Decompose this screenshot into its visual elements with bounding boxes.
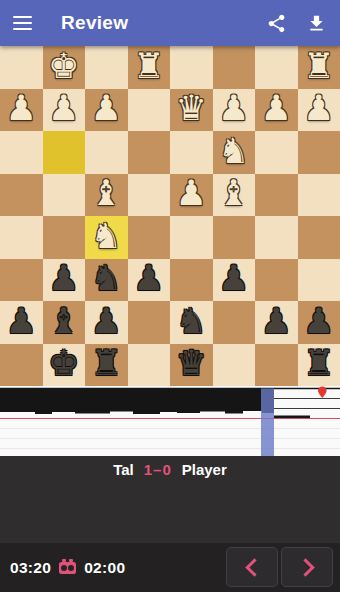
prev-move-button[interactable]	[226, 547, 278, 587]
square[interactable]	[128, 301, 171, 344]
eval-black-area	[0, 389, 274, 414]
square[interactable]	[298, 174, 340, 217]
square[interactable]	[0, 216, 43, 259]
square[interactable]: ♜	[298, 46, 340, 89]
square[interactable]	[43, 174, 86, 217]
square[interactable]: ♝	[43, 301, 86, 344]
square[interactable]: ♟	[213, 89, 256, 132]
menu-button[interactable]	[13, 16, 32, 31]
square[interactable]	[128, 131, 171, 174]
square[interactable]: ♞	[213, 131, 256, 174]
result-score: 1–0	[144, 461, 172, 478]
chess-piece: ♜	[303, 49, 334, 84]
eval-graph[interactable]	[0, 386, 340, 456]
square[interactable]	[213, 216, 256, 259]
chevron-left-icon	[245, 558, 263, 576]
square[interactable]: ♟	[0, 89, 43, 132]
square[interactable]	[43, 216, 86, 259]
chess-piece: ♟	[261, 91, 292, 126]
square[interactable]	[0, 46, 43, 89]
chess-piece: ♟	[48, 91, 79, 126]
square[interactable]	[0, 131, 43, 174]
chess-piece: ♟	[6, 91, 37, 126]
square[interactable]	[0, 344, 43, 387]
chess-piece: ♜	[91, 346, 122, 381]
clock-left: 03:20	[10, 559, 51, 577]
square[interactable]	[255, 174, 298, 217]
menu-icon	[13, 16, 32, 19]
square[interactable]	[128, 344, 171, 387]
clocks: 03:20 02:00	[10, 543, 125, 592]
square[interactable]	[255, 131, 298, 174]
square[interactable]: ♟	[85, 89, 128, 132]
square[interactable]: ♜	[128, 46, 171, 89]
square[interactable]	[298, 216, 340, 259]
chess-piece: ♟	[261, 304, 292, 339]
result-section: Tal 1–0 Player	[0, 456, 340, 543]
square[interactable]	[170, 216, 213, 259]
square[interactable]: ♟	[255, 89, 298, 132]
chess-piece: ♟	[218, 91, 249, 126]
square[interactable]: ♟	[298, 301, 340, 344]
chess-piece: ♟	[303, 304, 334, 339]
chess-piece: ♞	[91, 261, 122, 296]
square[interactable]	[213, 344, 256, 387]
square[interactable]: ♝	[213, 174, 256, 217]
square[interactable]	[298, 259, 340, 302]
chess-piece: ♟	[176, 176, 207, 211]
chess-piece: ♚	[48, 49, 79, 84]
app-bar: Review	[0, 0, 340, 46]
chess-piece: ♟	[303, 91, 334, 126]
square[interactable]: ♛	[170, 89, 213, 132]
square[interactable]	[43, 131, 86, 174]
clock-right: 02:00	[84, 559, 125, 577]
square[interactable]: ♟	[0, 301, 43, 344]
square[interactable]	[170, 259, 213, 302]
square[interactable]	[128, 174, 171, 217]
bottom-bar: 03:20 02:00	[0, 543, 340, 592]
square[interactable]: ♟	[170, 174, 213, 217]
square[interactable]: ♜	[298, 344, 340, 387]
square[interactable]: ♟	[43, 259, 86, 302]
game-result: Tal 1–0 Player	[0, 456, 340, 478]
black-player-name: Player	[182, 461, 227, 478]
chess-board[interactable]: ♚♜♜♟♟♟♛♟♟♟♞♝♟♝♞♟♞♟♟♟♝♟♞♟♟♚♜♛♜	[0, 46, 340, 386]
square[interactable]	[213, 46, 256, 89]
chevron-right-icon	[296, 558, 314, 576]
page-title: Review	[61, 12, 128, 34]
white-player-name: Tal	[113, 461, 134, 478]
chess-piece: ♟	[91, 304, 122, 339]
next-move-button[interactable]	[281, 547, 333, 587]
square[interactable]: ♟	[255, 301, 298, 344]
square[interactable]: ♚	[43, 46, 86, 89]
chess-piece: ♝	[218, 176, 249, 211]
chess-piece: ♞	[176, 304, 207, 339]
square[interactable]: ♛	[170, 344, 213, 387]
square[interactable]	[255, 344, 298, 387]
square[interactable]: ♚	[43, 344, 86, 387]
chess-piece: ♝	[48, 304, 79, 339]
square[interactable]	[0, 174, 43, 217]
chess-piece: ♚	[48, 346, 79, 381]
square[interactable]	[255, 46, 298, 89]
square[interactable]: ♟	[85, 301, 128, 344]
square[interactable]	[170, 131, 213, 174]
eval-move-cursor[interactable]	[261, 389, 274, 457]
share-icon[interactable]	[266, 13, 287, 34]
chess-piece: ♟	[48, 261, 79, 296]
app-screen: Review ♚♜♜♟♟♟♛♟♟♟♞♝♟♝♞♟♞♟♟♟♝♟♞♟♟♚♜♛♜ Tal…	[0, 0, 340, 592]
square[interactable]	[213, 301, 256, 344]
download-icon[interactable]	[306, 13, 327, 34]
chess-piece: ♜	[133, 49, 164, 84]
square[interactable]: ♞	[85, 259, 128, 302]
chess-piece: ♜	[303, 346, 334, 381]
chess-piece: ♛	[176, 91, 207, 126]
square[interactable]: ♞	[85, 216, 128, 259]
square[interactable]	[85, 46, 128, 89]
square[interactable]	[128, 89, 171, 132]
square[interactable]: ♟	[298, 89, 340, 132]
chess-clock-icon	[59, 562, 76, 574]
chess-piece: ♝	[91, 176, 122, 211]
square[interactable]: ♟	[128, 259, 171, 302]
square[interactable]	[255, 259, 298, 302]
move-navigation	[226, 547, 333, 587]
chess-piece: ♞	[218, 134, 249, 169]
square[interactable]	[255, 216, 298, 259]
square[interactable]: ♟	[43, 89, 86, 132]
chess-piece: ♞	[91, 219, 122, 254]
square[interactable]	[85, 131, 128, 174]
chess-piece: ♛	[176, 346, 207, 381]
square[interactable]: ♜	[85, 344, 128, 387]
square[interactable]: ♟	[213, 259, 256, 302]
chess-piece: ♟	[6, 304, 37, 339]
square[interactable]: ♝	[85, 174, 128, 217]
square[interactable]: ♞	[170, 301, 213, 344]
square[interactable]	[0, 259, 43, 302]
square[interactable]	[298, 131, 340, 174]
square[interactable]	[170, 46, 213, 89]
chess-piece: ♟	[91, 91, 122, 126]
chess-piece: ♟	[218, 261, 249, 296]
chess-piece: ♟	[133, 261, 164, 296]
square[interactable]	[128, 216, 171, 259]
